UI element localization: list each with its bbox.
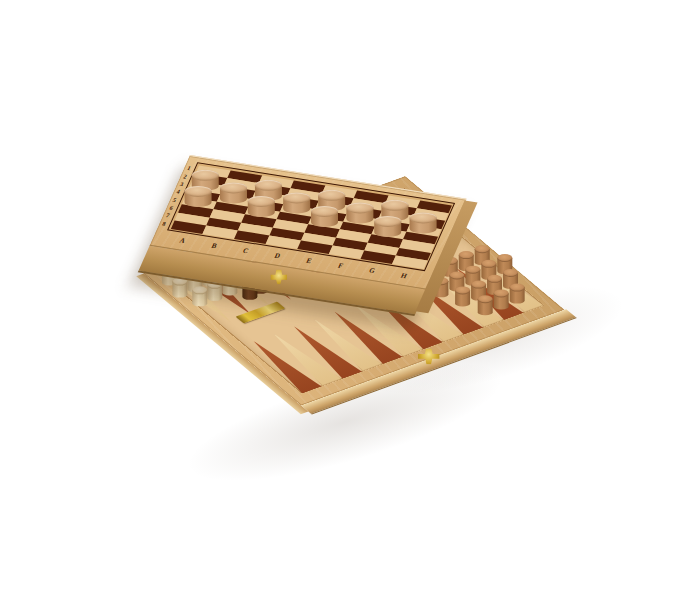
checker-piece: ⛀ bbox=[219, 183, 246, 204]
checker-piece: ⛀ bbox=[374, 216, 401, 237]
checker-piece: ⛀ bbox=[409, 213, 436, 234]
checker-piece: ⛀ bbox=[247, 196, 274, 217]
checker-piece bbox=[477, 295, 492, 315]
checker-piece bbox=[509, 284, 524, 304]
checker-piece: ⛀ bbox=[346, 203, 373, 224]
checker-piece: ⛀ bbox=[283, 193, 310, 214]
checker-piece: ⛀ bbox=[184, 186, 211, 207]
checker-piece bbox=[493, 290, 508, 310]
product-photo-scene: ABCDEFGH 12345678 ⛀⛀⛀⛀⛀⛀⛀⛀⛀⛀⛀⛀ bbox=[0, 0, 700, 600]
checker-piece: ⛀ bbox=[311, 206, 338, 227]
checker-piece bbox=[455, 287, 470, 307]
